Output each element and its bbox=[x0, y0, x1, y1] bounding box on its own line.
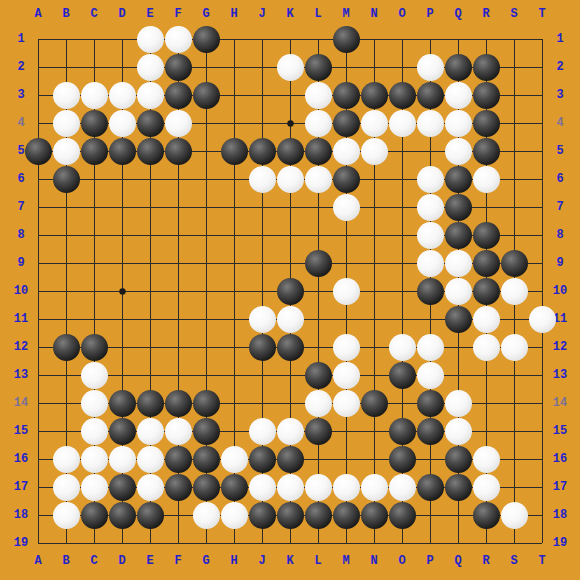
white-stone bbox=[277, 474, 304, 501]
black-stone bbox=[109, 502, 136, 529]
column-label-top: B bbox=[62, 8, 69, 20]
black-stone bbox=[333, 166, 360, 193]
row-label-left: 4 bbox=[17, 117, 24, 129]
white-stone bbox=[53, 474, 80, 501]
black-stone bbox=[137, 110, 164, 137]
white-stone bbox=[501, 278, 528, 305]
black-stone bbox=[473, 138, 500, 165]
row-label-left: 7 bbox=[17, 201, 24, 213]
white-stone bbox=[249, 474, 276, 501]
column-label-bottom: L bbox=[314, 555, 321, 567]
black-stone bbox=[333, 110, 360, 137]
white-stone bbox=[137, 474, 164, 501]
column-label-top: M bbox=[342, 8, 349, 20]
row-label-left: 6 bbox=[17, 173, 24, 185]
black-stone bbox=[193, 474, 220, 501]
black-stone bbox=[445, 474, 472, 501]
black-stone bbox=[109, 390, 136, 417]
black-stone bbox=[165, 474, 192, 501]
black-stone bbox=[277, 502, 304, 529]
black-stone bbox=[109, 138, 136, 165]
white-stone bbox=[473, 306, 500, 333]
column-label-top: D bbox=[118, 8, 125, 20]
row-label-right: 18 bbox=[553, 509, 567, 521]
white-stone bbox=[445, 418, 472, 445]
column-label-top: S bbox=[510, 8, 517, 20]
white-stone bbox=[333, 390, 360, 417]
column-label-bottom: A bbox=[34, 555, 41, 567]
black-stone bbox=[165, 82, 192, 109]
black-stone bbox=[305, 362, 332, 389]
black-stone bbox=[473, 502, 500, 529]
black-stone bbox=[221, 474, 248, 501]
white-stone bbox=[501, 502, 528, 529]
white-stone bbox=[417, 110, 444, 137]
white-stone bbox=[249, 418, 276, 445]
white-stone bbox=[137, 446, 164, 473]
star-point bbox=[119, 288, 125, 294]
black-stone bbox=[137, 502, 164, 529]
column-label-bottom: J bbox=[258, 555, 265, 567]
column-label-bottom: R bbox=[482, 555, 489, 567]
column-label-top: O bbox=[398, 8, 405, 20]
black-stone bbox=[305, 418, 332, 445]
white-stone bbox=[417, 166, 444, 193]
black-stone bbox=[81, 502, 108, 529]
column-label-bottom: G bbox=[202, 555, 209, 567]
column-label-top: Q bbox=[454, 8, 461, 20]
white-stone bbox=[277, 54, 304, 81]
black-stone bbox=[193, 446, 220, 473]
white-stone bbox=[81, 418, 108, 445]
white-stone bbox=[305, 390, 332, 417]
black-stone bbox=[445, 194, 472, 221]
black-stone bbox=[361, 390, 388, 417]
column-label-bottom: E bbox=[146, 555, 153, 567]
row-label-left: 11 bbox=[14, 313, 28, 325]
row-label-right: 4 bbox=[556, 117, 563, 129]
row-label-right: 10 bbox=[553, 285, 567, 297]
white-stone bbox=[305, 110, 332, 137]
white-stone bbox=[305, 82, 332, 109]
column-label-bottom: C bbox=[90, 555, 97, 567]
black-stone bbox=[165, 54, 192, 81]
row-label-left: 2 bbox=[17, 61, 24, 73]
row-label-left: 5 bbox=[17, 145, 24, 157]
row-label-right: 17 bbox=[553, 481, 567, 493]
black-stone bbox=[389, 362, 416, 389]
column-label-bottom: F bbox=[174, 555, 181, 567]
row-label-left: 14 bbox=[14, 397, 28, 409]
row-label-right: 16 bbox=[553, 453, 567, 465]
row-label-right: 19 bbox=[553, 537, 567, 549]
row-label-left: 19 bbox=[14, 537, 28, 549]
black-stone bbox=[389, 502, 416, 529]
white-stone bbox=[389, 110, 416, 137]
column-label-top: C bbox=[90, 8, 97, 20]
white-stone bbox=[81, 82, 108, 109]
white-stone bbox=[53, 502, 80, 529]
white-stone bbox=[333, 474, 360, 501]
row-label-right: 5 bbox=[556, 145, 563, 157]
white-stone bbox=[165, 26, 192, 53]
white-stone bbox=[361, 110, 388, 137]
white-stone bbox=[221, 502, 248, 529]
black-stone bbox=[473, 250, 500, 277]
white-stone bbox=[417, 362, 444, 389]
white-stone bbox=[417, 54, 444, 81]
black-stone bbox=[305, 138, 332, 165]
black-stone bbox=[333, 26, 360, 53]
black-stone bbox=[445, 166, 472, 193]
column-label-top: A bbox=[34, 8, 41, 20]
column-label-top: J bbox=[258, 8, 265, 20]
column-label-bottom: H bbox=[230, 555, 237, 567]
column-label-top: T bbox=[538, 8, 545, 20]
white-stone bbox=[249, 166, 276, 193]
black-stone bbox=[109, 474, 136, 501]
white-stone bbox=[81, 446, 108, 473]
black-stone bbox=[305, 502, 332, 529]
white-stone bbox=[417, 194, 444, 221]
column-label-top: P bbox=[426, 8, 433, 20]
white-stone bbox=[137, 82, 164, 109]
row-label-left: 1 bbox=[17, 33, 24, 45]
column-label-bottom: Q bbox=[454, 555, 461, 567]
white-stone bbox=[333, 278, 360, 305]
white-stone bbox=[389, 334, 416, 361]
black-stone bbox=[193, 418, 220, 445]
black-stone bbox=[305, 250, 332, 277]
column-label-bottom: B bbox=[62, 555, 69, 567]
black-stone bbox=[361, 502, 388, 529]
column-label-top: N bbox=[370, 8, 377, 20]
column-label-top: E bbox=[146, 8, 153, 20]
black-stone bbox=[445, 306, 472, 333]
white-stone bbox=[81, 474, 108, 501]
row-label-right: 12 bbox=[553, 341, 567, 353]
white-stone bbox=[473, 446, 500, 473]
black-stone bbox=[389, 418, 416, 445]
white-stone bbox=[445, 278, 472, 305]
white-stone bbox=[53, 110, 80, 137]
column-label-top: G bbox=[202, 8, 209, 20]
black-stone bbox=[501, 250, 528, 277]
white-stone bbox=[109, 110, 136, 137]
black-stone bbox=[333, 82, 360, 109]
white-stone bbox=[137, 26, 164, 53]
column-label-bottom: N bbox=[370, 555, 377, 567]
black-stone bbox=[473, 54, 500, 81]
black-stone bbox=[305, 54, 332, 81]
white-stone bbox=[109, 82, 136, 109]
black-stone bbox=[81, 138, 108, 165]
black-stone bbox=[417, 278, 444, 305]
row-label-left: 12 bbox=[14, 341, 28, 353]
white-stone bbox=[501, 334, 528, 361]
white-stone bbox=[137, 418, 164, 445]
black-stone bbox=[165, 446, 192, 473]
black-stone bbox=[221, 138, 248, 165]
white-stone bbox=[249, 306, 276, 333]
column-label-bottom: T bbox=[538, 555, 545, 567]
column-label-bottom: P bbox=[426, 555, 433, 567]
black-stone bbox=[417, 418, 444, 445]
black-stone bbox=[277, 334, 304, 361]
column-label-bottom: O bbox=[398, 555, 405, 567]
go-board[interactable]: AABBCCDDEEFFGGHHJJKKLLMMNNOOPPQQRRSSTT11… bbox=[0, 0, 580, 580]
black-stone bbox=[445, 54, 472, 81]
white-stone bbox=[165, 418, 192, 445]
row-label-left: 8 bbox=[17, 229, 24, 241]
row-label-right: 8 bbox=[556, 229, 563, 241]
white-stone bbox=[109, 446, 136, 473]
row-label-left: 18 bbox=[14, 509, 28, 521]
column-label-top: R bbox=[482, 8, 489, 20]
black-stone bbox=[417, 82, 444, 109]
black-stone bbox=[53, 334, 80, 361]
black-stone bbox=[193, 82, 220, 109]
white-stone bbox=[445, 250, 472, 277]
row-label-right: 2 bbox=[556, 61, 563, 73]
white-stone bbox=[389, 474, 416, 501]
row-label-right: 3 bbox=[556, 89, 563, 101]
column-label-bottom: K bbox=[286, 555, 293, 567]
column-label-top: F bbox=[174, 8, 181, 20]
black-stone bbox=[165, 138, 192, 165]
black-stone bbox=[417, 474, 444, 501]
white-stone bbox=[529, 306, 556, 333]
black-stone bbox=[389, 446, 416, 473]
black-stone bbox=[249, 502, 276, 529]
black-stone bbox=[445, 446, 472, 473]
black-stone bbox=[473, 278, 500, 305]
white-stone bbox=[417, 250, 444, 277]
black-stone bbox=[193, 26, 220, 53]
white-stone bbox=[277, 166, 304, 193]
white-stone bbox=[81, 362, 108, 389]
white-stone bbox=[277, 306, 304, 333]
white-stone bbox=[445, 110, 472, 137]
black-stone bbox=[277, 278, 304, 305]
black-stone bbox=[473, 110, 500, 137]
white-stone bbox=[333, 362, 360, 389]
row-label-left: 15 bbox=[14, 425, 28, 437]
white-stone bbox=[333, 138, 360, 165]
white-stone bbox=[445, 390, 472, 417]
black-stone bbox=[53, 166, 80, 193]
row-label-left: 10 bbox=[14, 285, 28, 297]
white-stone bbox=[305, 474, 332, 501]
black-stone bbox=[81, 110, 108, 137]
white-stone bbox=[53, 446, 80, 473]
white-stone bbox=[165, 110, 192, 137]
black-stone bbox=[25, 138, 52, 165]
black-stone bbox=[193, 390, 220, 417]
black-stone bbox=[137, 390, 164, 417]
black-stone bbox=[473, 222, 500, 249]
white-stone bbox=[445, 138, 472, 165]
white-stone bbox=[417, 334, 444, 361]
row-label-left: 17 bbox=[14, 481, 28, 493]
row-label-left: 16 bbox=[14, 453, 28, 465]
column-label-top: K bbox=[286, 8, 293, 20]
column-label-bottom: D bbox=[118, 555, 125, 567]
white-stone bbox=[193, 502, 220, 529]
column-label-bottom: S bbox=[510, 555, 517, 567]
row-label-right: 1 bbox=[556, 33, 563, 45]
column-label-top: L bbox=[314, 8, 321, 20]
row-label-right: 7 bbox=[556, 201, 563, 213]
black-stone bbox=[277, 446, 304, 473]
white-stone bbox=[305, 166, 332, 193]
black-stone bbox=[277, 138, 304, 165]
row-label-right: 15 bbox=[553, 425, 567, 437]
row-label-right: 6 bbox=[556, 173, 563, 185]
white-stone bbox=[473, 166, 500, 193]
column-label-bottom: M bbox=[342, 555, 349, 567]
black-stone bbox=[109, 418, 136, 445]
black-stone bbox=[81, 334, 108, 361]
row-label-right: 14 bbox=[553, 397, 567, 409]
column-label-top: H bbox=[230, 8, 237, 20]
black-stone bbox=[249, 138, 276, 165]
white-stone bbox=[473, 474, 500, 501]
black-stone bbox=[445, 222, 472, 249]
white-stone bbox=[333, 334, 360, 361]
black-stone bbox=[249, 446, 276, 473]
white-stone bbox=[361, 474, 388, 501]
white-stone bbox=[221, 446, 248, 473]
white-stone bbox=[445, 82, 472, 109]
white-stone bbox=[417, 222, 444, 249]
black-stone bbox=[137, 138, 164, 165]
star-point bbox=[287, 120, 293, 126]
black-stone bbox=[333, 502, 360, 529]
row-label-right: 9 bbox=[556, 257, 563, 269]
black-stone bbox=[249, 334, 276, 361]
row-label-left: 13 bbox=[14, 369, 28, 381]
black-stone bbox=[389, 82, 416, 109]
white-stone bbox=[277, 418, 304, 445]
row-label-right: 13 bbox=[553, 369, 567, 381]
white-stone bbox=[137, 54, 164, 81]
black-stone bbox=[165, 390, 192, 417]
white-stone bbox=[53, 138, 80, 165]
white-stone bbox=[361, 138, 388, 165]
black-stone bbox=[473, 82, 500, 109]
white-stone bbox=[81, 390, 108, 417]
black-stone bbox=[361, 82, 388, 109]
black-stone bbox=[417, 390, 444, 417]
white-stone bbox=[333, 194, 360, 221]
white-stone bbox=[473, 334, 500, 361]
row-label-left: 3 bbox=[17, 89, 24, 101]
row-label-left: 9 bbox=[17, 257, 24, 269]
white-stone bbox=[53, 82, 80, 109]
